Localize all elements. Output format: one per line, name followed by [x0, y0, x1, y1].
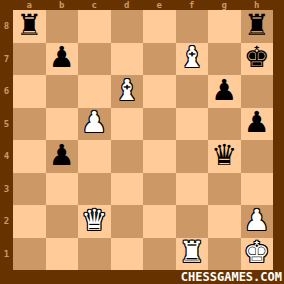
square-e1[interactable]	[143, 238, 176, 271]
square-b4[interactable]: ♟	[46, 140, 79, 173]
square-a6[interactable]	[13, 75, 46, 108]
square-a2[interactable]	[13, 205, 46, 238]
square-f1[interactable]: ♜	[176, 238, 209, 271]
square-c4[interactable]	[78, 140, 111, 173]
square-e3[interactable]	[143, 173, 176, 206]
square-a8[interactable]: ♜	[13, 10, 46, 43]
square-h5[interactable]: ♟	[241, 108, 274, 141]
file-label-g: g	[208, 0, 241, 10]
square-b1[interactable]	[46, 238, 79, 271]
square-c5[interactable]: ♟	[78, 108, 111, 141]
rank-label-4: 4	[0, 140, 13, 173]
square-f3[interactable]	[176, 173, 209, 206]
square-e5[interactable]	[143, 108, 176, 141]
square-d2[interactable]	[111, 205, 144, 238]
rank-label-6: 6	[0, 75, 13, 108]
square-b8[interactable]	[46, 10, 79, 43]
square-g2[interactable]	[208, 205, 241, 238]
chess-board-image: abcdefgh 87654321 ♜♜♟♝♚♝♟♟♟♟♛♛♟♜♚ CHESSG…	[0, 0, 284, 284]
square-g6[interactable]: ♟	[208, 75, 241, 108]
square-d6[interactable]: ♝	[111, 75, 144, 108]
square-a3[interactable]	[13, 173, 46, 206]
square-d1[interactable]	[111, 238, 144, 271]
chess-board: ♜♜♟♝♚♝♟♟♟♟♛♛♟♜♚	[13, 10, 273, 270]
square-d3[interactable]	[111, 173, 144, 206]
rank-label-2: 2	[0, 205, 13, 238]
file-label-b: b	[46, 0, 79, 10]
square-g8[interactable]	[208, 10, 241, 43]
chessgames-watermark: CHESSGAMES.COM	[181, 271, 282, 284]
square-a5[interactable]	[13, 108, 46, 141]
square-c6[interactable]	[78, 75, 111, 108]
piece-black-pawn-g6[interactable]: ♟	[211, 76, 237, 105]
square-e2[interactable]	[143, 205, 176, 238]
piece-white-rook-f1[interactable]: ♜	[179, 238, 205, 267]
square-f6[interactable]	[176, 75, 209, 108]
file-labels: abcdefgh	[13, 0, 273, 10]
square-h8[interactable]: ♜	[241, 10, 274, 43]
piece-white-king-h1[interactable]: ♚	[244, 238, 270, 267]
square-e4[interactable]	[143, 140, 176, 173]
square-h4[interactable]	[241, 140, 274, 173]
square-c8[interactable]	[78, 10, 111, 43]
square-g3[interactable]	[208, 173, 241, 206]
rank-labels: 87654321	[0, 10, 13, 270]
square-b5[interactable]	[46, 108, 79, 141]
piece-white-pawn-c5[interactable]: ♟	[81, 108, 107, 137]
square-h2[interactable]: ♟	[241, 205, 274, 238]
square-a4[interactable]	[13, 140, 46, 173]
rank-label-8: 8	[0, 10, 13, 43]
piece-black-pawn-h5[interactable]: ♟	[244, 108, 270, 137]
square-h3[interactable]	[241, 173, 274, 206]
square-b2[interactable]	[46, 205, 79, 238]
square-h7[interactable]: ♚	[241, 43, 274, 76]
square-f5[interactable]	[176, 108, 209, 141]
file-label-d: d	[111, 0, 144, 10]
square-b6[interactable]	[46, 75, 79, 108]
square-e8[interactable]	[143, 10, 176, 43]
piece-white-bishop-f7[interactable]: ♝	[179, 43, 205, 72]
piece-white-pawn-h2[interactable]: ♟	[244, 206, 270, 235]
piece-black-rook-a8[interactable]: ♜	[16, 11, 42, 40]
square-b3[interactable]	[46, 173, 79, 206]
square-f7[interactable]: ♝	[176, 43, 209, 76]
square-e7[interactable]	[143, 43, 176, 76]
piece-black-queen-g4[interactable]: ♛	[211, 141, 237, 170]
square-c1[interactable]	[78, 238, 111, 271]
piece-white-queen-c2[interactable]: ♛	[81, 206, 107, 235]
piece-black-pawn-b4[interactable]: ♟	[49, 141, 75, 170]
square-g4[interactable]: ♛	[208, 140, 241, 173]
square-b7[interactable]: ♟	[46, 43, 79, 76]
square-e6[interactable]	[143, 75, 176, 108]
square-d8[interactable]	[111, 10, 144, 43]
file-label-a: a	[13, 0, 46, 10]
square-a1[interactable]	[13, 238, 46, 271]
rank-label-1: 1	[0, 238, 13, 271]
square-d5[interactable]	[111, 108, 144, 141]
square-d7[interactable]	[111, 43, 144, 76]
file-label-f: f	[176, 0, 209, 10]
square-h6[interactable]	[241, 75, 274, 108]
square-g7[interactable]	[208, 43, 241, 76]
rank-label-3: 3	[0, 173, 13, 206]
square-a7[interactable]	[13, 43, 46, 76]
rank-label-7: 7	[0, 43, 13, 76]
square-d4[interactable]	[111, 140, 144, 173]
piece-black-pawn-b7[interactable]: ♟	[49, 43, 75, 72]
file-label-c: c	[78, 0, 111, 10]
square-g1[interactable]	[208, 238, 241, 271]
file-label-e: e	[143, 0, 176, 10]
file-label-h: h	[241, 0, 274, 10]
square-c3[interactable]	[78, 173, 111, 206]
square-g5[interactable]	[208, 108, 241, 141]
piece-black-king-h7[interactable]: ♚	[244, 43, 270, 72]
square-h1[interactable]: ♚	[241, 238, 274, 271]
square-c2[interactable]: ♛	[78, 205, 111, 238]
square-f8[interactable]	[176, 10, 209, 43]
square-c7[interactable]	[78, 43, 111, 76]
rank-label-5: 5	[0, 108, 13, 141]
piece-white-bishop-d6[interactable]: ♝	[114, 76, 140, 105]
piece-black-rook-h8[interactable]: ♜	[244, 11, 270, 40]
square-f4[interactable]	[176, 140, 209, 173]
square-f2[interactable]	[176, 205, 209, 238]
